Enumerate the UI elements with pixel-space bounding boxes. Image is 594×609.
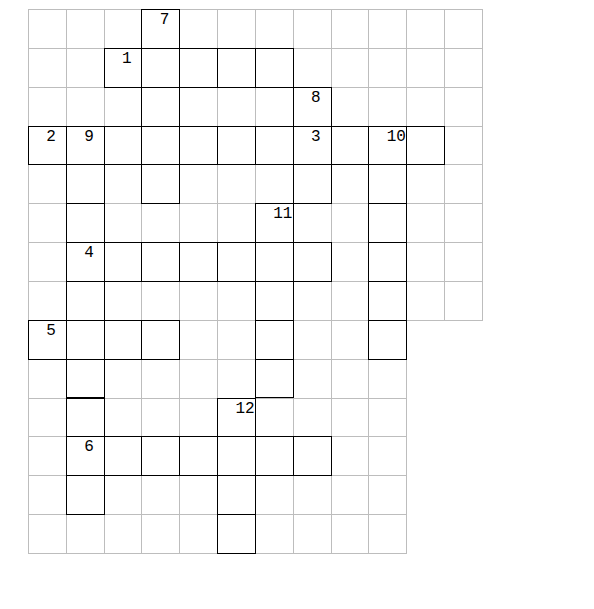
cell-r12c1[interactable] xyxy=(66,475,105,515)
cell-r8c3[interactable] xyxy=(141,320,180,360)
cell-r12c5[interactable] xyxy=(217,475,256,515)
cell-r0c3[interactable]: 7 xyxy=(141,9,180,49)
cell-r10c1[interactable] xyxy=(66,398,105,438)
cell-r1c3[interactable] xyxy=(141,48,180,88)
grid-line xyxy=(406,87,483,88)
cell-r8c6[interactable] xyxy=(255,320,294,360)
clue-number-11: 11 xyxy=(273,206,292,222)
cell-r4c3[interactable] xyxy=(141,164,180,204)
cell-r1c4[interactable] xyxy=(179,48,218,88)
grid-line xyxy=(406,203,483,204)
clue-number-2: 2 xyxy=(46,129,56,145)
cell-r11c4[interactable] xyxy=(179,436,218,476)
clue-number-8: 8 xyxy=(311,90,321,106)
cell-r3c5[interactable] xyxy=(217,126,256,166)
cell-r7c6[interactable] xyxy=(255,281,294,321)
cell-r1c6[interactable] xyxy=(255,48,294,88)
cell-r11c6[interactable] xyxy=(255,436,294,476)
cell-r3c4[interactable] xyxy=(179,126,218,166)
grid-line xyxy=(28,9,407,10)
cell-r9c1[interactable] xyxy=(66,359,105,399)
cell-r6c4[interactable] xyxy=(179,242,218,282)
cell-r1c5[interactable] xyxy=(217,48,256,88)
cell-r3c6[interactable] xyxy=(255,126,294,166)
grid-line xyxy=(406,281,483,282)
cell-r3c10[interactable] xyxy=(406,126,445,166)
cell-r1c2[interactable]: 1 xyxy=(104,48,143,88)
cell-r6c7[interactable] xyxy=(293,242,332,282)
cell-r11c3[interactable] xyxy=(141,436,180,476)
cell-r6c1[interactable]: 4 xyxy=(66,242,105,282)
cell-r4c7[interactable] xyxy=(293,164,332,204)
cell-r5c9[interactable] xyxy=(368,203,407,243)
cell-r10c5[interactable]: 12 xyxy=(217,398,256,438)
cell-r13c5[interactable] xyxy=(217,514,256,554)
cell-r3c8[interactable] xyxy=(331,126,370,166)
cell-r8c9[interactable] xyxy=(368,320,407,360)
clue-number-1: 1 xyxy=(122,51,132,67)
cell-r6c5[interactable] xyxy=(217,242,256,282)
cell-r6c2[interactable] xyxy=(104,242,143,282)
cell-r2c7[interactable]: 8 xyxy=(293,87,332,127)
clue-number-10: 10 xyxy=(387,129,406,145)
cell-r11c1[interactable]: 6 xyxy=(66,436,105,476)
cell-r9c6[interactable] xyxy=(255,359,294,399)
cell-r5c6[interactable]: 11 xyxy=(255,203,294,243)
grid-line xyxy=(406,9,483,10)
clue-number-9: 9 xyxy=(84,129,94,145)
cell-r7c9[interactable] xyxy=(368,281,407,321)
cell-r3c2[interactable] xyxy=(104,126,143,166)
cell-r7c1[interactable] xyxy=(66,281,105,321)
cell-r5c1[interactable] xyxy=(66,203,105,243)
clue-number-4: 4 xyxy=(84,245,94,261)
clue-number-7: 7 xyxy=(160,12,170,28)
cell-r8c0[interactable]: 5 xyxy=(28,320,67,360)
clue-number-5: 5 xyxy=(46,323,56,339)
crossword-board: 718293101145126 xyxy=(0,0,594,609)
cell-r6c6[interactable] xyxy=(255,242,294,282)
cell-r8c2[interactable] xyxy=(104,320,143,360)
cell-r3c0[interactable]: 2 xyxy=(28,126,67,166)
clue-number-6: 6 xyxy=(84,439,94,455)
cell-r2c3[interactable] xyxy=(141,87,180,127)
cell-r11c7[interactable] xyxy=(293,436,332,476)
clue-number-3: 3 xyxy=(311,129,321,145)
grid-line xyxy=(406,320,483,321)
cell-r11c2[interactable] xyxy=(104,436,143,476)
grid-line xyxy=(406,48,483,49)
cell-r4c9[interactable] xyxy=(368,164,407,204)
cell-r4c1[interactable] xyxy=(66,164,105,204)
cell-r3c3[interactable] xyxy=(141,126,180,166)
cell-r3c1[interactable]: 9 xyxy=(66,126,105,166)
cell-r8c1[interactable] xyxy=(66,320,105,360)
clue-number-12: 12 xyxy=(235,401,254,417)
cell-r6c3[interactable] xyxy=(141,242,180,282)
cell-r6c9[interactable] xyxy=(368,242,407,282)
cell-r11c5[interactable] xyxy=(217,436,256,476)
cell-r3c9[interactable]: 10 xyxy=(368,126,407,166)
cell-r3c7[interactable]: 3 xyxy=(293,126,332,166)
grid-line xyxy=(406,242,483,243)
